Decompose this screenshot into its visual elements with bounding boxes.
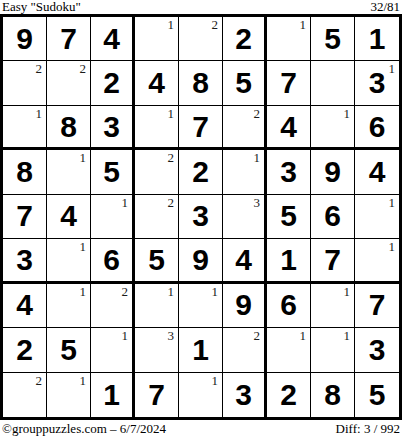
given-digit: 5	[235, 68, 252, 98]
pencil-mark: 2	[80, 61, 87, 76]
pencil-mark: 1	[168, 284, 175, 299]
given-digit: 7	[369, 290, 386, 320]
given-digit: 1	[369, 24, 386, 54]
pencil-mark: 1	[344, 328, 351, 343]
cell-r4c2[interactable]: 1	[47, 150, 91, 194]
cell-r4c3[interactable]: 5	[91, 150, 135, 194]
cell-r2c2[interactable]: 2	[47, 61, 91, 105]
pencil-mark: 1	[80, 150, 87, 165]
cell-r8c8[interactable]: 1	[311, 328, 355, 372]
cell-r2c4[interactable]: 4	[135, 61, 179, 105]
given-digit: 4	[16, 290, 33, 320]
cell-r8c3[interactable]: 1	[91, 328, 135, 372]
cell-r8c6[interactable]: 2	[223, 328, 267, 372]
given-digit: 3	[235, 380, 252, 410]
cell-r8c7[interactable]: 1	[267, 328, 311, 372]
given-digit: 9	[235, 290, 252, 320]
cell-r2c3[interactable]: 2	[91, 61, 135, 105]
pencil-mark: 2	[36, 61, 43, 76]
cell-r7c4[interactable]: 1	[135, 284, 179, 328]
page-title: Easy "Sudoku"	[2, 0, 81, 13]
given-digit: 1	[280, 245, 297, 275]
given-digit: 3	[280, 157, 297, 187]
pencil-mark: 2	[254, 106, 261, 121]
pencil-mark: 1	[122, 195, 129, 210]
cell-r1c9[interactable]: 1	[355, 17, 399, 61]
given-digit: 7	[324, 245, 341, 275]
given-digit: 3	[16, 245, 33, 275]
given-digit: 6	[369, 112, 386, 142]
given-digit: 1	[103, 380, 120, 410]
given-digit: 4	[369, 157, 386, 187]
given-digit: 3	[369, 68, 386, 98]
cell-r5c5[interactable]: 3	[179, 195, 223, 239]
pencil-mark: 1	[389, 61, 396, 76]
cell-r1c6[interactable]: 2	[223, 17, 267, 61]
cell-r5c8[interactable]: 6	[311, 195, 355, 239]
cell-r3c8[interactable]: 1	[311, 106, 355, 150]
cell-r6c7[interactable]: 1	[267, 239, 311, 283]
pencil-mark: 1	[389, 239, 396, 254]
cell-r5c4[interactable]: 2	[135, 195, 179, 239]
cell-r6c9[interactable]: 1	[355, 239, 399, 283]
given-digit: 7	[280, 68, 297, 98]
cell-r3c2[interactable]: 8	[47, 106, 91, 150]
sudoku-board: 9741221512224857311831724168152213947412…	[0, 14, 402, 420]
given-digit: 7	[60, 24, 77, 54]
given-digit: 2	[16, 335, 33, 365]
cell-r5c3[interactable]: 1	[91, 195, 135, 239]
given-digit: 3	[369, 335, 386, 365]
cell-r9c5[interactable]: 1	[179, 373, 223, 417]
given-digit: 5	[60, 335, 77, 365]
cell-r7c5[interactable]: 1	[179, 284, 223, 328]
given-digit: 6	[103, 245, 120, 275]
cell-r9c4[interactable]: 7	[135, 373, 179, 417]
cell-r3c5[interactable]: 7	[179, 106, 223, 150]
cell-r6c5[interactable]: 9	[179, 239, 223, 283]
given-digit: 8	[16, 157, 33, 187]
cell-r4c8[interactable]: 9	[311, 150, 355, 194]
cell-r4c1[interactable]: 8	[3, 150, 47, 194]
given-digit: 5	[103, 157, 120, 187]
pencil-mark: 2	[168, 150, 175, 165]
cell-r5c9[interactable]: 1	[355, 195, 399, 239]
pencil-mark: 1	[80, 239, 87, 254]
pencil-mark: 1	[122, 328, 129, 343]
given-digit: 1	[192, 335, 209, 365]
pencil-mark: 1	[212, 373, 219, 388]
pencil-mark: 1	[254, 150, 261, 165]
given-digit: 7	[148, 380, 165, 410]
given-digit: 2	[192, 157, 209, 187]
cell-r6c3[interactable]: 6	[91, 239, 135, 283]
given-digit: 2	[235, 24, 252, 54]
pencil-mark: 2	[122, 284, 129, 299]
credit-text: ©grouppuzzles.com – 6/7/2024	[2, 422, 166, 436]
pencil-mark: 1	[300, 328, 307, 343]
pencil-mark: 2	[212, 17, 219, 32]
cell-r1c4[interactable]: 1	[135, 17, 179, 61]
cell-r5c6[interactable]: 3	[223, 195, 267, 239]
cell-r1c5[interactable]: 2	[179, 17, 223, 61]
cell-r9c6[interactable]: 3	[223, 373, 267, 417]
given-digit: 9	[192, 245, 209, 275]
cell-r5c7[interactable]: 5	[267, 195, 311, 239]
pencil-mark: 1	[168, 17, 175, 32]
pencil-mark: 1	[80, 284, 87, 299]
cell-r8c9[interactable]: 3	[355, 328, 399, 372]
given-digit: 2	[280, 380, 297, 410]
cell-r2c9[interactable]: 31	[355, 61, 399, 105]
cell-r1c8[interactable]: 5	[311, 17, 355, 61]
cell-r1c1[interactable]: 9	[3, 17, 47, 61]
cell-r7c7[interactable]: 6	[267, 284, 311, 328]
cell-r3c6[interactable]: 2	[223, 106, 267, 150]
given-digit: 4	[103, 24, 120, 54]
pencil-mark: 1	[344, 106, 351, 121]
cell-r4c9[interactable]: 4	[355, 150, 399, 194]
cell-r1c2[interactable]: 7	[47, 17, 91, 61]
cell-r1c3[interactable]: 4	[91, 17, 135, 61]
cell-counter: 32/81	[370, 0, 400, 13]
given-digit: 6	[280, 290, 297, 320]
given-digit: 3	[103, 112, 120, 142]
given-digit: 4	[148, 68, 165, 98]
cell-r7c1[interactable]: 4	[3, 284, 47, 328]
cell-r7c2[interactable]: 1	[47, 284, 91, 328]
cell-r5c2[interactable]: 4	[47, 195, 91, 239]
given-digit: 4	[280, 112, 297, 142]
cell-r4c5[interactable]: 2	[179, 150, 223, 194]
given-digit: 5	[369, 380, 386, 410]
cell-r9c2[interactable]: 1	[47, 373, 91, 417]
given-digit: 7	[16, 201, 33, 231]
cell-r4c7[interactable]: 3	[267, 150, 311, 194]
cell-r3c9[interactable]: 6	[355, 106, 399, 150]
cell-r8c5[interactable]: 1	[179, 328, 223, 372]
given-digit: 8	[324, 380, 341, 410]
cell-r6c1[interactable]: 3	[3, 239, 47, 283]
given-digit: 3	[192, 201, 209, 231]
cell-r6c8[interactable]: 7	[311, 239, 355, 283]
pencil-mark: 1	[344, 284, 351, 299]
pencil-mark: 1	[36, 106, 43, 121]
footer: ©grouppuzzles.com – 6/7/2024 Diff: 3 / 9…	[0, 420, 402, 437]
header: Easy "Sudoku" 32/81	[0, 0, 402, 14]
cell-r8c1[interactable]: 2	[3, 328, 47, 372]
cell-r6c4[interactable]: 5	[135, 239, 179, 283]
given-digit: 2	[103, 68, 120, 98]
difficulty-text: Diff: 3 / 992	[336, 422, 400, 436]
cell-r3c4[interactable]: 1	[135, 106, 179, 150]
cell-r9c1[interactable]: 2	[3, 373, 47, 417]
cell-r9c7[interactable]: 2	[267, 373, 311, 417]
pencil-mark: 2	[168, 195, 175, 210]
cell-r9c3[interactable]: 1	[91, 373, 135, 417]
given-digit: 7	[192, 112, 209, 142]
pencil-mark: 1	[168, 106, 175, 121]
cell-r2c7[interactable]: 7	[267, 61, 311, 105]
given-digit: 9	[324, 157, 341, 187]
given-digit: 5	[280, 201, 297, 231]
cell-r6c2[interactable]: 1	[47, 239, 91, 283]
cell-r7c3[interactable]: 2	[91, 284, 135, 328]
cell-r1c7[interactable]: 1	[267, 17, 311, 61]
pencil-mark: 1	[80, 373, 87, 388]
cell-r2c8[interactable]	[311, 61, 355, 105]
cell-r3c7[interactable]: 4	[267, 106, 311, 150]
given-digit: 8	[192, 68, 209, 98]
pencil-mark: 1	[300, 17, 307, 32]
cell-r2c6[interactable]: 5	[223, 61, 267, 105]
cell-r3c3[interactable]: 3	[91, 106, 135, 150]
given-digit: 8	[60, 112, 77, 142]
cell-r8c4[interactable]: 3	[135, 328, 179, 372]
cell-r2c1[interactable]: 2	[3, 61, 47, 105]
given-digit: 5	[324, 24, 341, 54]
given-digit: 5	[148, 245, 165, 275]
cell-r7c8[interactable]: 1	[311, 284, 355, 328]
cell-r6c6[interactable]: 4	[223, 239, 267, 283]
cell-r7c6[interactable]: 9	[223, 284, 267, 328]
given-digit: 4	[235, 245, 252, 275]
cell-r5c1[interactable]: 7	[3, 195, 47, 239]
cell-r2c5[interactable]: 8	[179, 61, 223, 105]
pencil-mark: 3	[168, 328, 175, 343]
cell-r4c4[interactable]: 2	[135, 150, 179, 194]
cell-r3c1[interactable]: 1	[3, 106, 47, 150]
cell-r9c9[interactable]: 5	[355, 373, 399, 417]
pencil-mark: 3	[254, 195, 261, 210]
cell-r9c8[interactable]: 8	[311, 373, 355, 417]
given-digit: 9	[16, 24, 33, 54]
cell-r4c6[interactable]: 1	[223, 150, 267, 194]
given-digit: 6	[324, 201, 341, 231]
given-digit: 4	[60, 201, 77, 231]
pencil-mark: 2	[36, 373, 43, 388]
pencil-mark: 1	[389, 195, 396, 210]
pencil-mark: 1	[212, 284, 219, 299]
cell-r7c9[interactable]: 7	[355, 284, 399, 328]
cell-r8c2[interactable]: 5	[47, 328, 91, 372]
pencil-mark: 2	[254, 328, 261, 343]
